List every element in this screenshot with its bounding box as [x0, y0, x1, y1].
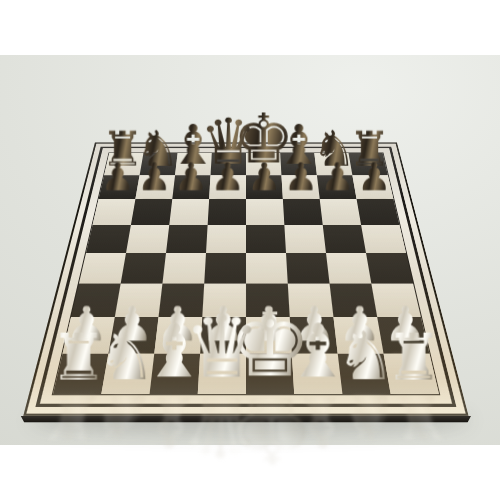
square-a2: ♟♟ — [63, 317, 115, 354]
piece-black-rook-h8: ♜ — [348, 127, 391, 172]
square-d2: ♟♟ — [200, 317, 246, 354]
square-b7: ♟♟ — [135, 175, 175, 199]
square-a7: ♟♟ — [99, 175, 140, 199]
square-e2: ♟♟ — [246, 317, 292, 354]
square-f3 — [288, 284, 334, 317]
square-a6 — [93, 199, 136, 225]
square-a1: ♜♜ — [53, 354, 108, 394]
square-f5 — [284, 225, 326, 253]
square-c2: ♟♟ — [154, 317, 202, 354]
square-a5 — [86, 225, 131, 253]
piece-black-knight-b8: ♞ — [136, 125, 180, 172]
square-b4 — [121, 253, 166, 284]
square-c7: ♟♟ — [172, 175, 210, 199]
square-h5 — [361, 225, 406, 253]
square-e7: ♟♟ — [246, 175, 283, 199]
square-b3 — [115, 284, 163, 317]
square-e6 — [246, 199, 284, 225]
square-a4 — [79, 253, 126, 284]
square-d3 — [202, 284, 246, 317]
square-c3 — [159, 284, 205, 317]
square-h8: ♜♜ — [349, 153, 388, 175]
square-e8: ♚♚ — [246, 153, 281, 175]
square-c8: ♝♝ — [175, 153, 212, 175]
square-c6 — [169, 199, 209, 225]
square-b5 — [126, 225, 169, 253]
square-e3 — [246, 284, 290, 317]
square-d7: ♟♟ — [209, 175, 246, 199]
square-h7: ♟♟ — [352, 175, 393, 199]
square-g5 — [323, 225, 366, 253]
piece-black-rook-a8: ♜ — [101, 127, 144, 172]
square-h2: ♟♟ — [377, 317, 429, 354]
square-b1: ♞♞ — [101, 354, 154, 394]
square-g1: ♞♞ — [338, 354, 391, 394]
square-h4 — [366, 253, 413, 284]
square-d6 — [208, 199, 246, 225]
square-d5 — [206, 225, 246, 253]
square-e1: ♚♚ — [246, 354, 294, 394]
reflection-white-king-e1: ♚ — [226, 388, 318, 474]
square-d4 — [204, 253, 246, 284]
square-b8: ♞♞ — [140, 153, 178, 175]
square-a3 — [71, 284, 121, 317]
square-f2: ♟♟ — [290, 317, 338, 354]
square-g3 — [330, 284, 378, 317]
square-c1: ♝♝ — [150, 354, 201, 394]
square-e4 — [246, 253, 288, 284]
square-g4 — [326, 253, 371, 284]
square-h3 — [371, 284, 421, 317]
square-a8: ♜♜ — [104, 153, 143, 175]
square-g7: ♟♟ — [317, 175, 357, 199]
square-g2: ♟♟ — [333, 317, 383, 354]
square-f7: ♟♟ — [281, 175, 319, 199]
square-d8: ♛♛ — [211, 153, 246, 175]
board-squares-grid: ♜♜♞♞♝♝♛♛♚♚♝♝♞♞♜♜♟♟♟♟♟♟♟♟♟♟♟♟♟♟♟♟♟♟♟♟♟♟♟♟… — [53, 153, 439, 394]
square-g6 — [320, 199, 361, 225]
square-b6 — [131, 199, 172, 225]
square-f6 — [283, 199, 323, 225]
square-f1: ♝♝ — [292, 354, 343, 394]
scene: ♜♜♞♞♝♝♛♛♚♚♝♝♞♞♜♜♟♟♟♟♟♟♟♟♟♟♟♟♟♟♟♟♟♟♟♟♟♟♟♟… — [0, 0, 500, 500]
product-photo-chess-set: { "game": "chess", "scene": "overhead-an… — [0, 0, 500, 500]
square-h6 — [357, 199, 400, 225]
square-f4 — [286, 253, 330, 284]
square-e5 — [246, 225, 286, 253]
square-d1: ♛♛ — [198, 354, 246, 394]
square-b2: ♟♟ — [108, 317, 158, 354]
square-c5 — [166, 225, 208, 253]
reflection-white-queen-d1: ♛ — [177, 388, 262, 466]
board-base-front — [21, 416, 471, 423]
square-h1: ♜♜ — [384, 354, 439, 394]
square-g8: ♞♞ — [314, 153, 352, 175]
chess-board: ♜♜♞♞♝♝♛♛♚♚♝♝♞♞♜♜♟♟♟♟♟♟♟♟♟♟♟♟♟♟♟♟♟♟♟♟♟♟♟♟… — [23, 143, 468, 416]
square-c4 — [162, 253, 206, 284]
square-f8: ♝♝ — [280, 153, 317, 175]
